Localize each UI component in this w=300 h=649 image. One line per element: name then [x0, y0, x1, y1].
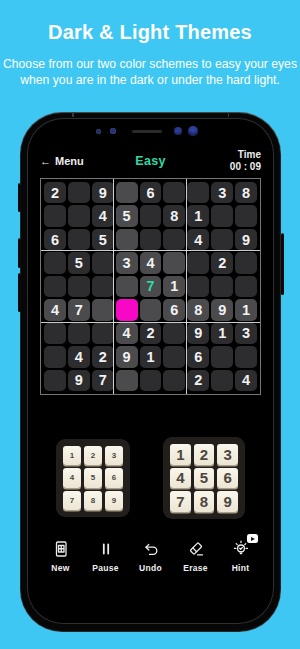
- cell-r9c9[interactable]: 4: [235, 370, 257, 391]
- front-sensor-icon: [110, 128, 116, 134]
- menu-label: Menu: [55, 155, 84, 167]
- new-button[interactable]: New: [38, 539, 83, 573]
- page-title: Dark & Light Themes: [0, 21, 300, 44]
- hint-button[interactable]: Hint: [218, 539, 263, 573]
- cell-r9c5[interactable]: [140, 370, 162, 391]
- earpiece-speaker: [132, 130, 162, 133]
- volume-up-button: [18, 238, 21, 268]
- cell-r8c3[interactable]: 2: [92, 346, 114, 367]
- cell-r2c4[interactable]: 5: [116, 205, 138, 226]
- cell-r4c7[interactable]: [187, 252, 209, 273]
- cell-r7c3[interactable]: [92, 323, 114, 344]
- hint-video-badge: [247, 534, 258, 543]
- cell-r5c8[interactable]: [211, 276, 233, 297]
- cell-r6c6[interactable]: 6: [163, 299, 185, 320]
- keypad-small-key-2[interactable]: 2: [84, 446, 102, 465]
- phone-screen: ← Menu Easy Time 00 : 09 296384581654953…: [28, 119, 273, 623]
- cell-r8c7[interactable]: 6: [187, 346, 209, 367]
- cell-r8c8[interactable]: [211, 346, 233, 367]
- app-store-screenshot: { "game": "sudoku", "marketing": { "titl…: [0, 0, 300, 649]
- cell-r6c7[interactable]: 8: [187, 299, 209, 320]
- cell-r2c9[interactable]: [235, 205, 257, 226]
- tool-label: Undo: [139, 563, 162, 573]
- cell-r6c5[interactable]: [140, 299, 162, 320]
- cell-r5c1[interactable]: [44, 276, 66, 297]
- keypad-small-key-3[interactable]: 3: [105, 446, 123, 465]
- front-sensor-icon: [96, 129, 101, 134]
- cell-r3c5[interactable]: [140, 229, 162, 250]
- pause-button[interactable]: Pause: [83, 539, 128, 573]
- cell-r7c8[interactable]: 1: [211, 323, 233, 344]
- new-grid-icon: [51, 539, 71, 559]
- cell-r3c8[interactable]: [211, 229, 233, 250]
- power-button: [281, 233, 284, 295]
- cell-r8c4[interactable]: 9: [116, 346, 138, 367]
- cell-r1c2[interactable]: [68, 182, 90, 203]
- cell-r4c4[interactable]: 3: [116, 252, 138, 273]
- volume-down-button: [18, 273, 21, 312]
- cell-r1c9[interactable]: 8: [235, 182, 257, 203]
- app-header: ← Menu Easy Time 00 : 09: [40, 148, 261, 174]
- tool-label: New: [51, 563, 69, 573]
- erase-button[interactable]: Erase: [173, 539, 218, 573]
- undo-icon: [141, 539, 161, 559]
- antenna-line: [72, 112, 74, 117]
- keypad-large-key-2[interactable]: 2: [194, 444, 215, 465]
- cell-r3c9[interactable]: 9: [235, 229, 257, 250]
- cell-r8c5[interactable]: 1: [140, 346, 162, 367]
- keypad-small: 123456789: [56, 439, 130, 517]
- cell-r7c4[interactable]: 4: [116, 323, 138, 344]
- cell-r7c2[interactable]: [68, 323, 90, 344]
- cell-r6c1[interactable]: 4: [44, 299, 66, 320]
- cell-r5c7[interactable]: [187, 276, 209, 297]
- cell-r2c5[interactable]: [140, 205, 162, 226]
- keypad-large-key-3[interactable]: 3: [217, 444, 238, 465]
- antenna-line: [228, 112, 230, 117]
- play-icon: [251, 537, 255, 541]
- keypad-large-key-9[interactable]: 9: [217, 491, 238, 512]
- cell-r9c1[interactable]: [44, 370, 66, 391]
- cell-r2c6[interactable]: 8: [163, 205, 185, 226]
- keypad-large: 123456789: [163, 437, 245, 519]
- cell-r8c1[interactable]: [44, 346, 66, 367]
- cell-r5c6[interactable]: 1: [163, 276, 185, 297]
- tool-label: Erase: [183, 563, 208, 573]
- subtitle-line-1: Choose from our two color schemes to eas…: [0, 57, 300, 73]
- cell-r1c1[interactable]: 2: [44, 182, 66, 203]
- menu-back-button[interactable]: ← Menu: [40, 155, 84, 167]
- cell-r3c4[interactable]: [116, 229, 138, 250]
- cell-r4c2[interactable]: 5: [68, 252, 90, 273]
- cell-r2c2[interactable]: [68, 205, 90, 226]
- cell-r6c8[interactable]: 9: [211, 299, 233, 320]
- cell-r4c8[interactable]: 2: [211, 252, 233, 273]
- keypad-small-key-1[interactable]: 1: [63, 446, 81, 465]
- cell-r9c4[interactable]: [116, 370, 138, 391]
- keypad-small-key-5[interactable]: 5: [84, 468, 102, 487]
- cell-r5c9[interactable]: [235, 276, 257, 297]
- cell-r2c1[interactable]: [44, 205, 66, 226]
- cell-r4c1[interactable]: [44, 252, 66, 273]
- cell-r1c6[interactable]: [163, 182, 185, 203]
- cell-r1c3[interactable]: 9: [92, 182, 114, 203]
- keypad-large-key-1[interactable]: 1: [170, 444, 191, 465]
- cell-r4c3[interactable]: [92, 252, 114, 273]
- cell-r9c6[interactable]: [163, 370, 185, 391]
- tool-label: Pause: [92, 563, 119, 573]
- cell-r3c1[interactable]: 6: [44, 229, 66, 250]
- tool-label: Hint: [232, 563, 250, 573]
- cell-r7c9[interactable]: 3: [235, 323, 257, 344]
- cell-r7c1[interactable]: [44, 323, 66, 344]
- timer: Time 00 : 09: [230, 149, 261, 174]
- toolbar: New Pause Undo: [38, 539, 263, 573]
- cell-r7c5[interactable]: 2: [140, 323, 162, 344]
- box-separator-line: [41, 250, 260, 251]
- cell-r8c6[interactable]: [163, 346, 185, 367]
- cell-r4c9[interactable]: [235, 252, 257, 273]
- cell-r6c3[interactable]: [92, 299, 114, 320]
- front-camera-icon: [188, 126, 198, 136]
- cell-r2c8[interactable]: [211, 205, 233, 226]
- keypad-row: 123456789 123456789: [28, 437, 273, 519]
- cell-r8c2[interactable]: 4: [68, 346, 90, 367]
- cell-r9c2[interactable]: 9: [68, 370, 90, 391]
- page-subtitle: Choose from our two color schemes to eas…: [0, 57, 300, 88]
- cell-r5c2[interactable]: [68, 276, 90, 297]
- cell-r5c5[interactable]: 7: [140, 276, 162, 297]
- cell-r7c7[interactable]: 9: [187, 323, 209, 344]
- cell-r9c3[interactable]: 7: [92, 370, 114, 391]
- sudoku-board: 296384581654953427147689142913429169724: [41, 179, 260, 394]
- eraser-icon: [186, 539, 206, 559]
- cell-r4c5[interactable]: 4: [140, 252, 162, 273]
- cell-r5c4[interactable]: [116, 276, 138, 297]
- keypad-small-key-9[interactable]: 9: [105, 491, 123, 510]
- cell-r6c9[interactable]: 1: [235, 299, 257, 320]
- pause-icon: [96, 539, 116, 559]
- keypad-large-key-6[interactable]: 6: [217, 468, 238, 489]
- front-camera-icon: [174, 127, 182, 135]
- cell-r1c8[interactable]: 3: [211, 182, 233, 203]
- keypad-large-key-4[interactable]: 4: [170, 468, 191, 489]
- phone-frame: ← Menu Easy Time 00 : 09 296384581654953…: [20, 112, 281, 632]
- cell-r9c7[interactable]: 2: [187, 370, 209, 391]
- keypad-small-key-4[interactable]: 4: [63, 468, 81, 487]
- cell-r1c7[interactable]: [187, 182, 209, 203]
- back-arrow-icon: ←: [40, 155, 51, 167]
- cell-r2c7[interactable]: 1: [187, 205, 209, 226]
- keypad-large-key-8[interactable]: 8: [194, 491, 215, 512]
- cell-r7c6[interactable]: [163, 323, 185, 344]
- cell-r5c3[interactable]: [92, 276, 114, 297]
- cell-r3c3[interactable]: 5: [92, 229, 114, 250]
- cell-r6c2[interactable]: 7: [68, 299, 90, 320]
- cell-r2c3[interactable]: 4: [92, 205, 114, 226]
- cell-r3c6[interactable]: [163, 229, 185, 250]
- cell-r9c8[interactable]: [211, 370, 233, 391]
- cell-r8c9[interactable]: [235, 346, 257, 367]
- cell-r3c7[interactable]: 4: [187, 229, 209, 250]
- keypad-large-key-5[interactable]: 5: [194, 468, 215, 489]
- keypad-large-key-7[interactable]: 7: [170, 491, 191, 512]
- time-label: Time: [230, 149, 261, 162]
- cell-r1c5[interactable]: 6: [140, 182, 162, 203]
- keypad-small-key-8[interactable]: 8: [84, 491, 102, 510]
- cell-r6c4[interactable]: [116, 299, 138, 320]
- cell-r4c6[interactable]: [163, 252, 185, 273]
- mute-switch: [18, 183, 21, 212]
- keypad-small-key-7[interactable]: 7: [63, 491, 81, 510]
- keypad-small-key-6[interactable]: 6: [105, 468, 123, 487]
- cell-r3c2[interactable]: [68, 229, 90, 250]
- time-value: 00 : 09: [230, 161, 261, 174]
- subtitle-line-2: when you are in the dark or under the ha…: [0, 73, 300, 89]
- cell-r1c4[interactable]: [116, 182, 138, 203]
- undo-button[interactable]: Undo: [128, 539, 173, 573]
